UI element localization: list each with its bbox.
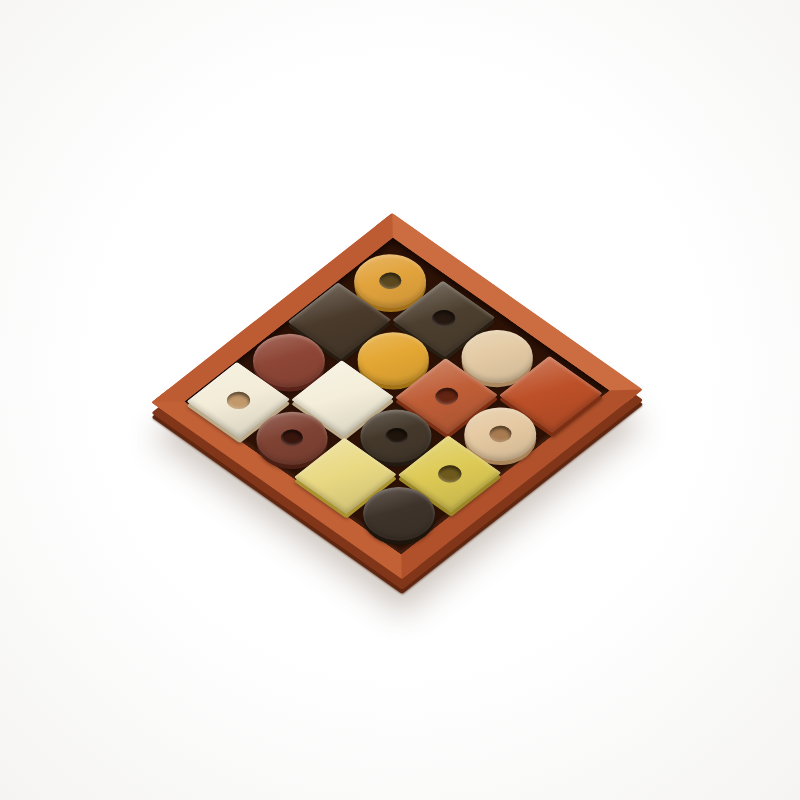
piece-hole [485, 423, 516, 446]
piece-hole [276, 427, 307, 450]
piece-hole [375, 270, 406, 293]
photo-background [0, 0, 800, 800]
piece-hole [222, 389, 254, 413]
piece-hole [428, 307, 460, 331]
puzzle-board [220, 262, 575, 530]
piece-hole [431, 384, 463, 408]
board-frame [151, 213, 643, 580]
board-tray [185, 238, 609, 554]
piece-grid [186, 242, 602, 552]
piece-hole [381, 425, 412, 448]
piece-hole [434, 462, 466, 486]
